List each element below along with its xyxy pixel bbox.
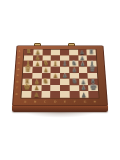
chess-piece-white-k: ♚ <box>23 83 31 91</box>
chess-piece-black-q: ♛ <box>89 65 96 73</box>
chess-piece-white-p: ♟ <box>33 92 38 98</box>
rank-labels: 12345678 <box>15 49 21 98</box>
chess-board-frame: ♜♟♟♜♟♟♝♟♞♝♝♞♟♝♛♟♟♛♟♟♜♟♞♞♟♜♚♟♟♚♟♟ ABCDEFG… <box>12 46 108 106</box>
file-label: E <box>60 101 70 103</box>
chess-piece-white-p: ♟ <box>53 73 58 79</box>
product-photo-chess-set: ♜♟♟♜♟♟♝♟♞♝♝♞♟♝♛♟♟♛♟♟♜♟♞♞♟♜♚♟♟♚♟♟ ABCDEFG… <box>0 0 120 160</box>
square <box>60 85 70 91</box>
chess-piece-black-b: ♝ <box>89 60 95 67</box>
square <box>41 91 51 97</box>
square: ♟ <box>79 79 89 85</box>
square: ♟ <box>31 91 41 97</box>
chess-piece-white-p: ♟ <box>34 85 39 91</box>
playing-area: ♜♟♟♜♟♟♝♟♞♝♝♞♟♝♛♟♟♛♟♟♜♟♞♞♟♜♚♟♟♚♟♟ <box>20 49 99 98</box>
rank-label: 1 <box>18 51 20 53</box>
square <box>50 85 60 91</box>
square <box>70 91 80 97</box>
file-label: C <box>40 101 50 103</box>
square: ♟ <box>79 91 89 97</box>
chess-piece-black-b: ♝ <box>62 60 68 67</box>
rank-label: 5 <box>17 75 19 77</box>
square: ♞ <box>69 79 79 85</box>
rank-label: 8 <box>15 94 17 96</box>
file-label: A <box>20 101 30 103</box>
chess-piece-white-n: ♞ <box>43 78 49 85</box>
square: ♜ <box>22 79 32 85</box>
board-scene: ♜♟♟♜♟♟♝♟♞♝♝♞♟♝♛♟♟♛♟♟♜♟♞♞♟♜♚♟♟♚♟♟ ABCDEFG… <box>12 10 108 106</box>
rank-label: 6 <box>16 81 18 83</box>
square <box>51 79 60 85</box>
file-label: H <box>90 101 100 103</box>
square <box>50 91 60 97</box>
square <box>69 85 79 91</box>
chess-piece-black-p: ♟ <box>81 92 86 98</box>
chess-piece-black-p: ♟ <box>81 85 86 91</box>
chess-piece-white-b: ♝ <box>25 60 31 67</box>
square: ♟ <box>79 85 89 91</box>
file-labels: ABCDEFGH <box>20 101 100 103</box>
chess-piece-white-b: ♝ <box>52 60 58 67</box>
rank-label: 4 <box>17 69 19 71</box>
file-label: F <box>70 101 80 103</box>
chess-piece-black-n: ♞ <box>71 78 77 85</box>
square: ♚ <box>22 85 32 91</box>
square: ♚ <box>88 85 98 91</box>
square <box>60 91 70 97</box>
square: ♞ <box>41 79 51 85</box>
file-label: G <box>80 101 90 103</box>
square: ♜ <box>88 79 98 85</box>
rank-label: 7 <box>16 87 18 89</box>
board-front-edge <box>12 105 108 112</box>
square <box>22 91 32 97</box>
rank-label: 3 <box>17 63 19 65</box>
square: ♟ <box>32 79 42 85</box>
square <box>60 79 69 85</box>
file-label: B <box>30 101 40 103</box>
chess-piece-black-p: ♟ <box>62 73 67 79</box>
chess-piece-white-q: ♛ <box>24 65 31 73</box>
file-label: D <box>50 101 60 103</box>
square <box>41 85 51 91</box>
chess-piece-black-k: ♚ <box>90 83 98 91</box>
square: ♟ <box>31 85 41 91</box>
rank-label: 2 <box>18 57 20 59</box>
square <box>89 91 99 97</box>
